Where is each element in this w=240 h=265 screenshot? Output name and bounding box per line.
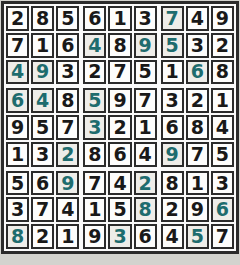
- cell-r6c5[interactable]: 6: [108, 142, 131, 167]
- cell-r8c4[interactable]: 1: [83, 197, 106, 222]
- cell-r5c3[interactable]: 7: [56, 115, 79, 140]
- cell-r9c2[interactable]: 2: [31, 224, 54, 249]
- sudoku-box-2: 613489275: [83, 6, 156, 84]
- cell-r6c2[interactable]: 3: [31, 142, 54, 167]
- cell-r2c1[interactable]: 7: [6, 33, 29, 58]
- cell-r6c6[interactable]: 4: [134, 142, 157, 167]
- sudoku-box-8: 742158936: [83, 171, 156, 249]
- cell-r3c8[interactable]: 6: [186, 60, 209, 85]
- cell-r9c6[interactable]: 6: [134, 224, 157, 249]
- cell-r3c5[interactable]: 7: [108, 60, 131, 85]
- cell-r9c5[interactable]: 3: [108, 224, 131, 249]
- cell-r1c8[interactable]: 4: [186, 6, 209, 31]
- cell-r5c9[interactable]: 4: [211, 115, 234, 140]
- cell-r6c3[interactable]: 2: [56, 142, 79, 167]
- cell-r2c6[interactable]: 9: [134, 33, 157, 58]
- cell-r4c3[interactable]: 8: [56, 88, 79, 113]
- cell-r2c9[interactable]: 2: [211, 33, 234, 58]
- sudoku-box-3: 749532168: [161, 6, 234, 84]
- cell-r3c4[interactable]: 2: [83, 60, 106, 85]
- cell-r7c8[interactable]: 1: [186, 171, 209, 196]
- cell-r9c4[interactable]: 9: [83, 224, 106, 249]
- cell-r2c8[interactable]: 3: [186, 33, 209, 58]
- sudoku-box-4: 648957132: [6, 88, 79, 166]
- cell-r7c5[interactable]: 4: [108, 171, 131, 196]
- cell-r9c8[interactable]: 5: [186, 224, 209, 249]
- sudoku-box-7: 569374821: [6, 171, 79, 249]
- cell-r8c8[interactable]: 9: [186, 197, 209, 222]
- sudoku-page: 2857164936134892757495321686489571325973…: [0, 1, 240, 265]
- cell-r1c3[interactable]: 5: [56, 6, 79, 31]
- cell-r2c3[interactable]: 6: [56, 33, 79, 58]
- cell-r1c2[interactable]: 8: [31, 6, 54, 31]
- cell-r4c1[interactable]: 6: [6, 88, 29, 113]
- cell-r8c7[interactable]: 2: [161, 197, 184, 222]
- sudoku-board: 2857164936134892757495321686489571325973…: [1, 1, 239, 254]
- cell-r4c4[interactable]: 5: [83, 88, 106, 113]
- cell-r8c9[interactable]: 6: [211, 197, 234, 222]
- cell-r3c3[interactable]: 3: [56, 60, 79, 85]
- cell-r3c1[interactable]: 4: [6, 60, 29, 85]
- cell-r9c3[interactable]: 1: [56, 224, 79, 249]
- cell-r5c7[interactable]: 6: [161, 115, 184, 140]
- cell-r4c6[interactable]: 7: [134, 88, 157, 113]
- cell-r1c4[interactable]: 6: [83, 6, 106, 31]
- sudoku-box-5: 597321864: [83, 88, 156, 166]
- cell-r8c3[interactable]: 4: [56, 197, 79, 222]
- cell-r7c2[interactable]: 6: [31, 171, 54, 196]
- cell-r1c1[interactable]: 2: [6, 6, 29, 31]
- cell-r9c9[interactable]: 7: [211, 224, 234, 249]
- cell-r5c1[interactable]: 9: [6, 115, 29, 140]
- cell-r8c1[interactable]: 3: [6, 197, 29, 222]
- cell-r5c2[interactable]: 5: [31, 115, 54, 140]
- cell-r5c4[interactable]: 3: [83, 115, 106, 140]
- cell-r5c6[interactable]: 1: [134, 115, 157, 140]
- cell-r6c9[interactable]: 5: [211, 142, 234, 167]
- cell-r4c7[interactable]: 3: [161, 88, 184, 113]
- sudoku-box-9: 813296457: [161, 171, 234, 249]
- cell-r8c2[interactable]: 7: [31, 197, 54, 222]
- cell-r1c6[interactable]: 3: [134, 6, 157, 31]
- cell-r7c4[interactable]: 7: [83, 171, 106, 196]
- cell-r4c2[interactable]: 4: [31, 88, 54, 113]
- cell-r7c6[interactable]: 2: [134, 171, 157, 196]
- cell-r2c5[interactable]: 8: [108, 33, 131, 58]
- cell-r6c8[interactable]: 7: [186, 142, 209, 167]
- cell-r7c3[interactable]: 9: [56, 171, 79, 196]
- cell-r1c9[interactable]: 9: [211, 6, 234, 31]
- cell-r5c8[interactable]: 8: [186, 115, 209, 140]
- sudoku-box-6: 321684975: [161, 88, 234, 166]
- cell-r2c4[interactable]: 4: [83, 33, 106, 58]
- cell-r9c7[interactable]: 4: [161, 224, 184, 249]
- sudoku-box-1: 285716493: [6, 6, 79, 84]
- cell-r3c7[interactable]: 1: [161, 60, 184, 85]
- cell-r2c2[interactable]: 1: [31, 33, 54, 58]
- cell-r3c9[interactable]: 8: [211, 60, 234, 85]
- cell-r6c1[interactable]: 1: [6, 142, 29, 167]
- cell-r4c5[interactable]: 9: [108, 88, 131, 113]
- cell-r7c1[interactable]: 5: [6, 171, 29, 196]
- cell-r7c7[interactable]: 8: [161, 171, 184, 196]
- cell-r6c7[interactable]: 9: [161, 142, 184, 167]
- cell-r6c4[interactable]: 8: [83, 142, 106, 167]
- cell-r2c7[interactable]: 5: [161, 33, 184, 58]
- cell-r1c5[interactable]: 1: [108, 6, 131, 31]
- cell-r4c9[interactable]: 1: [211, 88, 234, 113]
- cell-r4c8[interactable]: 2: [186, 88, 209, 113]
- cell-r8c5[interactable]: 5: [108, 197, 131, 222]
- cell-r8c6[interactable]: 8: [134, 197, 157, 222]
- cell-r3c2[interactable]: 9: [31, 60, 54, 85]
- cell-r9c1[interactable]: 8: [6, 224, 29, 249]
- cell-r1c7[interactable]: 7: [161, 6, 184, 31]
- cell-r3c6[interactable]: 5: [134, 60, 157, 85]
- cell-r7c9[interactable]: 3: [211, 171, 234, 196]
- cell-r5c5[interactable]: 2: [108, 115, 131, 140]
